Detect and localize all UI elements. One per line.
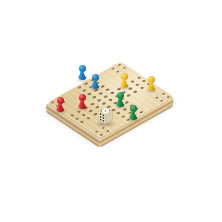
board-hole — [110, 91, 115, 94]
board-hole — [77, 86, 82, 89]
board-hole — [82, 89, 87, 92]
die-top-pip — [104, 110, 105, 111]
board-hole — [101, 126, 106, 129]
peg-body — [78, 71, 87, 81]
board-hole — [103, 95, 108, 98]
board-hole — [80, 121, 85, 124]
board-hole — [77, 110, 82, 113]
peg-red[interactable] — [78, 94, 87, 109]
peg-red[interactable] — [56, 97, 65, 112]
board-hole — [86, 117, 91, 120]
board-hole — [90, 103, 95, 106]
board-hole — [87, 93, 92, 96]
peg-body — [147, 82, 156, 92]
board-hole — [159, 99, 164, 102]
board-hole — [92, 96, 97, 99]
peg-green[interactable] — [129, 105, 138, 120]
die-front-pip — [102, 117, 104, 119]
die-top-pip — [109, 110, 110, 111]
board-hole — [161, 93, 166, 96]
wooden-die[interactable] — [96, 105, 115, 126]
board-hole — [94, 130, 99, 133]
board-hole — [122, 67, 127, 70]
board-hole — [106, 130, 111, 133]
peg-body — [120, 79, 129, 89]
peg-body — [56, 103, 65, 113]
board-hole — [121, 115, 126, 118]
board-hole — [99, 133, 104, 136]
board-hole — [98, 92, 103, 95]
peg-body — [91, 80, 100, 90]
board-hole — [108, 98, 113, 101]
peg-yellow[interactable] — [120, 73, 129, 88]
die-front-pip — [99, 116, 101, 118]
board-hole — [117, 63, 122, 66]
board-hole — [88, 110, 93, 113]
board-hole — [125, 101, 130, 104]
die-front-pip — [99, 119, 101, 121]
board-hole — [142, 80, 147, 83]
board-hole — [100, 85, 105, 88]
product-photo-scene: Product photo of a small square wooden t… — [0, 0, 222, 222]
scene-caption: Product photo of a small square wooden t… — [0, 0, 1, 1]
peg-blue[interactable] — [78, 65, 87, 80]
board-hole — [70, 114, 75, 117]
peg-yellow[interactable] — [147, 76, 156, 91]
board-hole — [84, 82, 89, 85]
board-hole — [139, 111, 144, 114]
board-hole — [166, 96, 171, 99]
ludo-board — [46, 61, 174, 139]
board-hole — [75, 117, 80, 120]
board-hole — [135, 83, 140, 86]
board-hole — [81, 114, 86, 117]
board-hole — [111, 67, 116, 70]
die-front-pip — [99, 113, 101, 115]
die-front-pip — [102, 120, 104, 122]
board-hole — [154, 96, 159, 99]
peg-body — [129, 111, 138, 121]
die-front-pip — [102, 115, 104, 117]
board-hole — [140, 87, 145, 90]
peg-body — [116, 98, 125, 108]
board-hole — [116, 112, 121, 115]
board-hole — [137, 76, 142, 79]
board-hole — [97, 99, 102, 102]
board-hole — [105, 88, 110, 91]
board-hole — [128, 87, 133, 90]
peg-green[interactable] — [116, 92, 125, 107]
board-hole — [123, 108, 128, 111]
die-top-pip — [100, 111, 101, 112]
peg-body — [78, 100, 87, 110]
board-hole — [133, 90, 138, 93]
board-hole — [126, 94, 131, 97]
board-hole — [50, 101, 55, 104]
peg-blue[interactable] — [91, 74, 100, 89]
die-graphic — [96, 105, 115, 126]
board-hole — [130, 80, 135, 83]
